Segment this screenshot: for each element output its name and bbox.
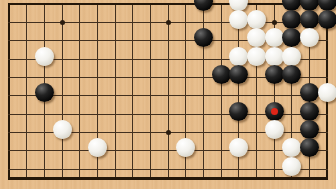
black-stone: [282, 65, 301, 84]
black-stone: [229, 65, 248, 84]
white-stone: [35, 47, 54, 66]
grid-vertical-line: [8, 3, 11, 179]
black-stone: [194, 0, 213, 11]
last-move-marker: [271, 108, 278, 115]
star-point: [60, 20, 65, 25]
black-stone: [282, 28, 301, 47]
black-stone: [300, 120, 319, 139]
white-stone: [282, 47, 301, 66]
white-stone: [176, 138, 195, 157]
go-board[interactable]: [0, 0, 336, 189]
white-stone: [247, 47, 266, 66]
white-stone: [229, 47, 248, 66]
grid-vertical-line: [132, 3, 133, 179]
grid-vertical-line: [168, 3, 169, 179]
white-stone: [229, 10, 248, 29]
star-point: [166, 130, 171, 135]
black-stone: [282, 10, 301, 29]
black-stone: [300, 10, 319, 29]
black-stone: [300, 102, 319, 121]
star-point: [166, 20, 171, 25]
grid-vertical-line: [79, 3, 80, 179]
white-stone: [318, 83, 336, 102]
grid-vertical-line: [221, 3, 222, 179]
white-stone: [282, 138, 301, 157]
grid-horizontal-line: [8, 95, 329, 96]
black-stone: [194, 28, 213, 47]
board-bottom-edge: [8, 177, 329, 180]
black-stone: [300, 0, 319, 11]
grid-vertical-line: [115, 3, 116, 179]
black-stone: [318, 10, 336, 29]
white-stone: [229, 138, 248, 157]
black-stone: [300, 138, 319, 157]
star-point: [272, 20, 277, 25]
black-stone: [265, 65, 284, 84]
white-stone: [229, 0, 248, 11]
white-stone: [247, 10, 266, 29]
black-stone: [212, 65, 231, 84]
white-stone: [88, 138, 107, 157]
white-stone: [265, 47, 284, 66]
black-stone: [300, 83, 319, 102]
white-stone: [282, 157, 301, 176]
grid-horizontal-line: [8, 169, 329, 170]
black-stone: [35, 83, 54, 102]
black-stone: [229, 102, 248, 121]
white-stone: [53, 120, 72, 139]
white-stone: [265, 120, 284, 139]
grid-horizontal-line: [8, 3, 329, 6]
black-stone: [282, 0, 301, 11]
grid-vertical-line: [62, 3, 63, 179]
grid-vertical-line: [150, 3, 151, 179]
grid-vertical-line: [26, 3, 27, 179]
black-stone: [318, 0, 336, 11]
white-stone: [265, 28, 284, 47]
white-stone: [247, 28, 266, 47]
white-stone: [300, 28, 319, 47]
go-app-window: [0, 0, 336, 189]
grid-horizontal-line: [8, 150, 329, 151]
